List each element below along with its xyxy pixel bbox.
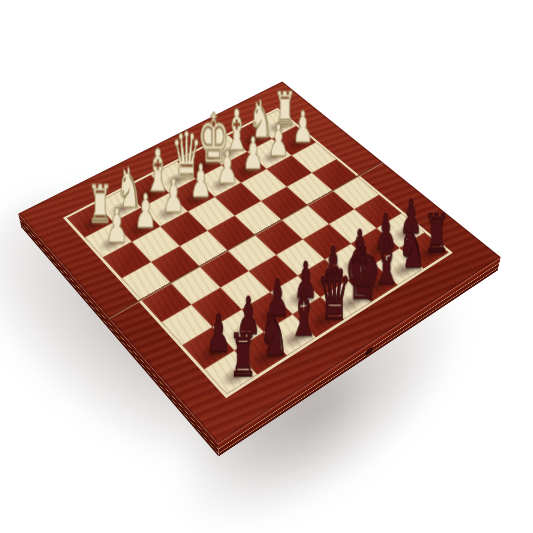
white-pawn-g2: ♟: [268, 121, 287, 161]
white-pawn-e2: ♟: [217, 148, 237, 189]
white-pawn-d2: ♟: [190, 161, 210, 202]
product-photo-scene: ♜♞♝♛♚♝♞♜♟♟♟♟♟♟♟♟♟♟♟♟♟♟♟♟♜♞♝♛♚♝♞♜: [0, 0, 533, 533]
white-pawn-b2: ♟: [134, 190, 154, 232]
black-queen-d8: ♛: [317, 261, 339, 326]
black-pawn-a7: ♟: [206, 311, 229, 358]
square-d5: [228, 235, 276, 271]
white-pawn-f2: ♟: [243, 134, 262, 174]
square-b4: [151, 246, 200, 283]
white-pawn-a2: ♟: [106, 205, 127, 248]
white-pawn-h2: ♟: [293, 108, 312, 147]
black-rook-h8: ♜: [424, 210, 445, 258]
white-pawn-c2: ♟: [163, 176, 183, 218]
black-knight-b8: ♞: [259, 307, 282, 363]
black-bishop-c8: ♝: [288, 285, 310, 345]
black-rook-a8: ♜: [229, 329, 252, 382]
